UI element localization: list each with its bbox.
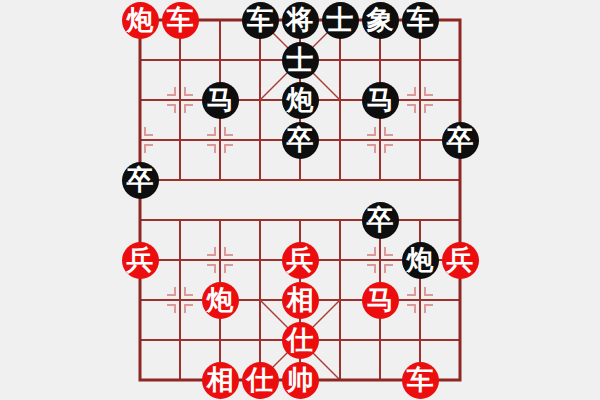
- piece-glyph: 兵: [287, 246, 314, 273]
- piece-glyph: 仕: [287, 326, 314, 353]
- piece-black-soldier[interactable]: 卒: [362, 202, 399, 239]
- piece-glyph: 炮: [127, 6, 154, 33]
- piece-glyph: 将: [287, 6, 314, 33]
- piece-red-advisor[interactable]: 仕: [282, 322, 319, 359]
- piece-red-cannon[interactable]: 炮: [122, 2, 159, 39]
- piece-glyph: 车: [407, 366, 434, 393]
- piece-glyph: 卒: [447, 126, 474, 153]
- piece-red-cannon[interactable]: 炮: [202, 282, 239, 319]
- piece-red-advisor[interactable]: 仕: [242, 362, 279, 399]
- piece-red-horse[interactable]: 马: [362, 282, 399, 319]
- piece-glyph: 卒: [127, 166, 154, 193]
- piece-black-general[interactable]: 将: [282, 2, 319, 39]
- piece-black-elephant[interactable]: 象: [362, 2, 399, 39]
- piece-black-horse[interactable]: 马: [362, 82, 399, 119]
- piece-black-chariot[interactable]: 车: [402, 2, 439, 39]
- piece-glyph: 象: [367, 6, 394, 33]
- piece-glyph: 车: [247, 6, 274, 33]
- piece-glyph: 炮: [207, 286, 234, 313]
- piece-glyph: 炮: [407, 246, 434, 273]
- piece-glyph: 车: [407, 6, 434, 33]
- piece-red-elephant[interactable]: 相: [202, 362, 239, 399]
- piece-black-soldier[interactable]: 卒: [442, 122, 479, 159]
- xiangqi-board[interactable]: 炮车车将士象车士马炮马卒卒卒卒兵兵炮兵炮相马仕相仕帅车: [0, 0, 600, 400]
- piece-red-soldier[interactable]: 兵: [442, 242, 479, 279]
- piece-black-cannon[interactable]: 炮: [282, 82, 319, 119]
- piece-black-soldier[interactable]: 卒: [282, 122, 319, 159]
- piece-red-chariot[interactable]: 车: [162, 2, 199, 39]
- piece-glyph: 兵: [127, 246, 154, 273]
- piece-glyph: 马: [207, 86, 234, 113]
- piece-black-horse[interactable]: 马: [202, 82, 239, 119]
- piece-glyph: 马: [367, 86, 394, 113]
- piece-glyph: 卒: [287, 126, 314, 153]
- piece-glyph: 兵: [447, 246, 474, 273]
- piece-glyph: 相: [287, 286, 314, 313]
- piece-glyph: 仕: [247, 366, 274, 393]
- piece-glyph: 帅: [287, 366, 314, 393]
- piece-glyph: 马: [367, 286, 394, 313]
- piece-glyph: 士: [327, 6, 354, 33]
- pieces-layer: 炮车车将士象车士马炮马卒卒卒卒兵兵炮兵炮相马仕相仕帅车: [120, 0, 480, 400]
- piece-red-soldier[interactable]: 兵: [122, 242, 159, 279]
- piece-black-advisor[interactable]: 士: [282, 42, 319, 79]
- piece-black-cannon[interactable]: 炮: [402, 242, 439, 279]
- piece-glyph: 相: [207, 366, 234, 393]
- piece-black-chariot[interactable]: 车: [242, 2, 279, 39]
- piece-glyph: 炮: [287, 86, 314, 113]
- piece-black-advisor[interactable]: 士: [322, 2, 359, 39]
- piece-red-general[interactable]: 帅: [282, 362, 319, 399]
- piece-glyph: 卒: [367, 206, 394, 233]
- piece-red-soldier[interactable]: 兵: [282, 242, 319, 279]
- piece-black-soldier[interactable]: 卒: [122, 162, 159, 199]
- piece-glyph: 车: [167, 6, 194, 33]
- piece-red-elephant[interactable]: 相: [282, 282, 319, 319]
- piece-glyph: 士: [287, 46, 314, 73]
- piece-red-chariot[interactable]: 车: [402, 362, 439, 399]
